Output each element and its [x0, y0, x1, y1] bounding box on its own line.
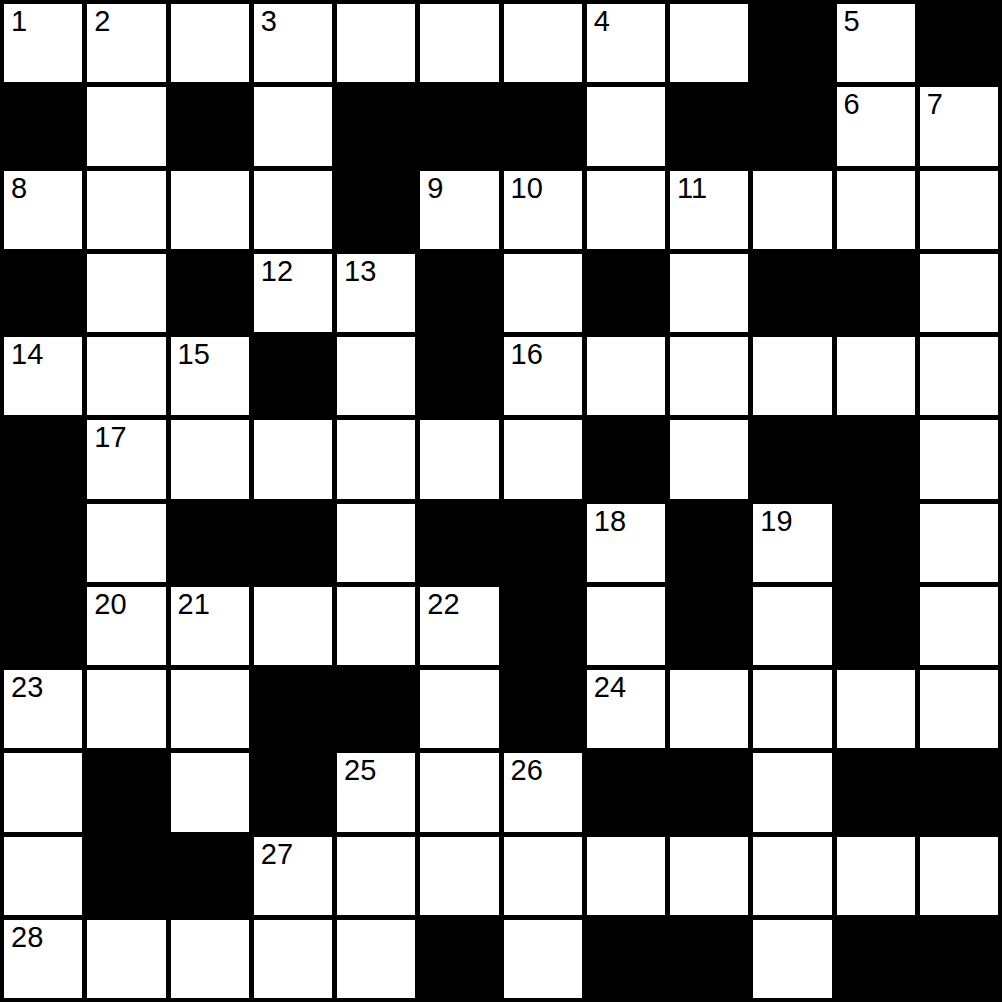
- block-r4c5: [420, 337, 498, 415]
- clue-number-3: 3: [261, 7, 277, 36]
- block-r7c8: [670, 587, 748, 665]
- block-r9c1: [87, 753, 165, 831]
- cell-r8c11[interactable]: [920, 670, 998, 748]
- clue-number-27: 27: [261, 840, 293, 869]
- cell-r9c0[interactable]: [4, 753, 82, 831]
- clue-number-19: 19: [760, 507, 792, 536]
- cell-r11c0[interactable]: 28: [4, 920, 82, 998]
- cell-r4c2[interactable]: 15: [171, 337, 249, 415]
- block-r1c2: [171, 87, 249, 165]
- clue-number-28: 28: [11, 923, 43, 952]
- cell-r4c11[interactable]: [920, 337, 998, 415]
- clue-number-6: 6: [844, 90, 860, 119]
- cell-r0c1[interactable]: 2: [87, 4, 165, 82]
- cell-r5c11[interactable]: [920, 420, 998, 498]
- block-r7c0: [4, 587, 82, 665]
- cell-r2c8[interactable]: 11: [670, 171, 748, 249]
- block-r3c5: [420, 254, 498, 332]
- cell-r2c0[interactable]: 8: [4, 171, 82, 249]
- clue-number-26: 26: [511, 756, 543, 785]
- block-r6c0: [4, 504, 82, 582]
- block-r6c5: [420, 504, 498, 582]
- clue-number-22: 22: [427, 590, 459, 619]
- block-r9c8: [670, 753, 748, 831]
- cell-r9c6[interactable]: 26: [504, 753, 582, 831]
- block-r3c10: [837, 254, 915, 332]
- block-r3c9: [753, 254, 831, 332]
- clue-number-17: 17: [94, 423, 126, 452]
- clue-number-11: 11: [677, 174, 707, 203]
- cell-r2c3[interactable]: [254, 171, 332, 249]
- cell-r6c4[interactable]: [337, 504, 415, 582]
- block-r9c3: [254, 753, 332, 831]
- cell-r6c1[interactable]: [87, 504, 165, 582]
- cell-r6c9[interactable]: 19: [753, 504, 831, 582]
- cell-r2c6[interactable]: 10: [504, 171, 582, 249]
- cell-r10c8[interactable]: [670, 837, 748, 915]
- cell-r3c1[interactable]: [87, 254, 165, 332]
- clue-number-9: 9: [427, 174, 443, 203]
- block-r11c11: [920, 920, 998, 998]
- block-r1c8: [670, 87, 748, 165]
- cell-r7c7[interactable]: [587, 587, 665, 665]
- cell-r10c6[interactable]: [504, 837, 582, 915]
- cell-r8c5[interactable]: [420, 670, 498, 748]
- block-r2c4: [337, 171, 415, 249]
- cell-r5c6[interactable]: [504, 420, 582, 498]
- clue-number-2: 2: [94, 7, 110, 36]
- clue-number-5: 5: [844, 7, 860, 36]
- block-r6c8: [670, 504, 748, 582]
- clue-number-12: 12: [261, 257, 293, 286]
- cell-r5c1[interactable]: 17: [87, 420, 165, 498]
- clue-number-10: 10: [511, 174, 543, 203]
- cell-r8c10[interactable]: [837, 670, 915, 748]
- cell-r7c1[interactable]: 20: [87, 587, 165, 665]
- clue-number-7: 7: [927, 90, 943, 119]
- block-r4c3: [254, 337, 332, 415]
- block-r1c0: [4, 87, 82, 165]
- cell-r7c5[interactable]: 22: [420, 587, 498, 665]
- cell-r7c4[interactable]: [337, 587, 415, 665]
- cell-r2c1[interactable]: [87, 171, 165, 249]
- cell-r7c11[interactable]: [920, 587, 998, 665]
- cell-r8c0[interactable]: 23: [4, 670, 82, 748]
- block-r8c6: [504, 670, 582, 748]
- cell-r3c4[interactable]: 13: [337, 254, 415, 332]
- cell-r1c11[interactable]: 7: [920, 87, 998, 165]
- cell-r8c1[interactable]: [87, 670, 165, 748]
- clue-number-13: 13: [344, 257, 376, 286]
- cell-r11c1[interactable]: [87, 920, 165, 998]
- cell-r5c5[interactable]: [420, 420, 498, 498]
- cell-r1c7[interactable]: [587, 87, 665, 165]
- cell-r7c9[interactable]: [753, 587, 831, 665]
- cell-r11c9[interactable]: [753, 920, 831, 998]
- block-r3c0: [4, 254, 82, 332]
- cell-r10c7[interactable]: [587, 837, 665, 915]
- block-r9c11: [920, 753, 998, 831]
- cell-r11c4[interactable]: [337, 920, 415, 998]
- cell-r4c9[interactable]: [753, 337, 831, 415]
- clue-number-18: 18: [594, 507, 626, 536]
- cell-r7c3[interactable]: [254, 587, 332, 665]
- block-r8c3: [254, 670, 332, 748]
- cell-r1c10[interactable]: 6: [837, 87, 915, 165]
- block-r1c4: [337, 87, 415, 165]
- cell-r10c4[interactable]: [337, 837, 415, 915]
- cell-r4c7[interactable]: [587, 337, 665, 415]
- cell-r6c11[interactable]: [920, 504, 998, 582]
- cell-r8c9[interactable]: [753, 670, 831, 748]
- cell-r0c0[interactable]: 1: [4, 4, 82, 82]
- block-r6c3: [254, 504, 332, 582]
- block-r10c2: [171, 837, 249, 915]
- crossword-board: 1234567891011121314151617181920212223242…: [0, 0, 1002, 1002]
- block-r3c2: [171, 254, 249, 332]
- cell-r10c3[interactable]: 27: [254, 837, 332, 915]
- cell-r3c8[interactable]: [670, 254, 748, 332]
- block-r0c9: [753, 4, 831, 82]
- cell-r4c0[interactable]: 14: [4, 337, 82, 415]
- block-r9c7: [587, 753, 665, 831]
- cell-r5c8[interactable]: [670, 420, 748, 498]
- block-r3c7: [587, 254, 665, 332]
- block-r6c10: [837, 504, 915, 582]
- cell-r10c5[interactable]: [420, 837, 498, 915]
- cell-r0c3[interactable]: 3: [254, 4, 332, 82]
- cell-r4c1[interactable]: [87, 337, 165, 415]
- block-r11c7: [587, 920, 665, 998]
- cell-r9c5[interactable]: [420, 753, 498, 831]
- cell-r10c9[interactable]: [753, 837, 831, 915]
- block-r6c2: [171, 504, 249, 582]
- clue-number-24: 24: [594, 673, 626, 702]
- block-r7c10: [837, 587, 915, 665]
- cell-r9c2[interactable]: [171, 753, 249, 831]
- cell-r3c11[interactable]: [920, 254, 998, 332]
- cell-r0c10[interactable]: 5: [837, 4, 915, 82]
- cell-r3c3[interactable]: 12: [254, 254, 332, 332]
- cell-r5c4[interactable]: [337, 420, 415, 498]
- block-r10c1: [87, 837, 165, 915]
- cell-r8c2[interactable]: [171, 670, 249, 748]
- clue-number-21: 21: [178, 590, 210, 619]
- cell-r4c10[interactable]: [837, 337, 915, 415]
- block-r5c0: [4, 420, 82, 498]
- cell-r9c9[interactable]: [753, 753, 831, 831]
- block-r8c4: [337, 670, 415, 748]
- block-r11c10: [837, 920, 915, 998]
- clue-number-23: 23: [11, 673, 43, 702]
- cell-r0c8[interactable]: [670, 4, 748, 82]
- clue-number-20: 20: [94, 590, 126, 619]
- cell-r5c3[interactable]: [254, 420, 332, 498]
- cell-r2c11[interactable]: [920, 171, 998, 249]
- clue-number-14: 14: [11, 340, 43, 369]
- cell-r2c9[interactable]: [753, 171, 831, 249]
- cell-r2c10[interactable]: [837, 171, 915, 249]
- block-r1c9: [753, 87, 831, 165]
- cell-r0c6[interactable]: [504, 4, 582, 82]
- cell-r1c1[interactable]: [87, 87, 165, 165]
- block-r9c10: [837, 753, 915, 831]
- block-r5c7: [587, 420, 665, 498]
- cell-r8c7[interactable]: 24: [587, 670, 665, 748]
- clue-number-4: 4: [594, 7, 610, 36]
- clue-number-15: 15: [178, 340, 210, 369]
- cell-r10c0[interactable]: [4, 837, 82, 915]
- cell-r1c3[interactable]: [254, 87, 332, 165]
- block-r0c11: [920, 4, 998, 82]
- block-r7c6: [504, 587, 582, 665]
- cell-r0c4[interactable]: [337, 4, 415, 82]
- cell-r11c3[interactable]: [254, 920, 332, 998]
- block-r6c6: [504, 504, 582, 582]
- cell-r0c5[interactable]: [420, 4, 498, 82]
- cell-r8c8[interactable]: [670, 670, 748, 748]
- cell-r4c4[interactable]: [337, 337, 415, 415]
- clue-number-1: 1: [11, 7, 27, 36]
- cell-r9c4[interactable]: 25: [337, 753, 415, 831]
- cell-r2c5[interactable]: 9: [420, 171, 498, 249]
- block-r11c8: [670, 920, 748, 998]
- cell-r2c7[interactable]: [587, 171, 665, 249]
- block-r1c6: [504, 87, 582, 165]
- cell-r6c7[interactable]: 18: [587, 504, 665, 582]
- cell-r4c8[interactable]: [670, 337, 748, 415]
- clue-number-16: 16: [511, 340, 543, 369]
- cell-r10c10[interactable]: [837, 837, 915, 915]
- cell-r3c6[interactable]: [504, 254, 582, 332]
- block-r1c5: [420, 87, 498, 165]
- clue-number-8: 8: [11, 174, 27, 203]
- clue-number-25: 25: [344, 756, 376, 785]
- block-r11c5: [420, 920, 498, 998]
- cell-r11c2[interactable]: [171, 920, 249, 998]
- cell-r7c2[interactable]: 21: [171, 587, 249, 665]
- cell-r2c2[interactable]: [171, 171, 249, 249]
- cell-r0c2[interactable]: [171, 4, 249, 82]
- cell-r5c2[interactable]: [171, 420, 249, 498]
- block-r5c9: [753, 420, 831, 498]
- cell-r0c7[interactable]: 4: [587, 4, 665, 82]
- cell-r4c6[interactable]: 16: [504, 337, 582, 415]
- cell-r10c11[interactable]: [920, 837, 998, 915]
- cell-r11c6[interactable]: [504, 920, 582, 998]
- block-r5c10: [837, 420, 915, 498]
